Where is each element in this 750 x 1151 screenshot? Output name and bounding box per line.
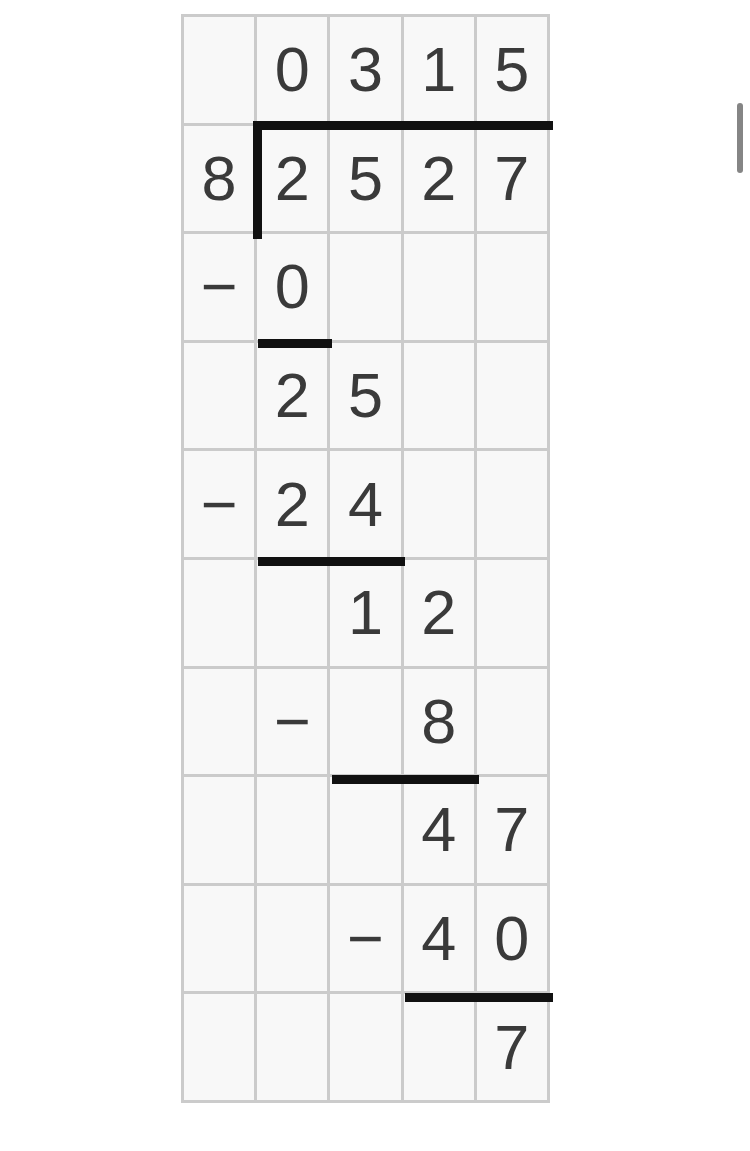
cell-r3c1: −: [184, 234, 254, 340]
cell-r8c4: 4: [404, 777, 474, 883]
cell-r9c3: −: [330, 886, 400, 992]
cell-r7c3: [330, 669, 400, 775]
cell-r4c1: [184, 343, 254, 449]
cell-r5c2: 2: [257, 451, 327, 557]
cell-r5c4: [404, 451, 474, 557]
cell-r4c3: 5: [330, 343, 400, 449]
cell-r2c3: 5: [330, 126, 400, 232]
cell-r1c3: 3: [330, 17, 400, 123]
cell-r4c5: [477, 343, 547, 449]
cell-r8c1: [184, 777, 254, 883]
cell-r3c2: 0: [257, 234, 327, 340]
cell-r2c4: 2: [404, 126, 474, 232]
scrollbar-thumb[interactable]: [737, 103, 743, 173]
cell-r3c4: [404, 234, 474, 340]
cell-r10c3: [330, 994, 400, 1100]
cell-r10c5: 7: [477, 994, 547, 1100]
cell-r9c1: [184, 886, 254, 992]
cell-r3c3: [330, 234, 400, 340]
cell-r6c4: 2: [404, 560, 474, 666]
subtraction-rule-1: [258, 339, 332, 348]
cell-r2c2: 2: [257, 126, 327, 232]
cell-r5c3: 4: [330, 451, 400, 557]
subtraction-rule-3: [332, 775, 480, 784]
cell-r1c5: 5: [477, 17, 547, 123]
cell-r10c1: [184, 994, 254, 1100]
long-division-page: 031582527−025−2412−847−407: [0, 0, 750, 1151]
cell-r2c5: 7: [477, 126, 547, 232]
cell-r8c3: [330, 777, 400, 883]
cell-r1c1: [184, 17, 254, 123]
cell-r7c2: −: [257, 669, 327, 775]
cell-r5c5: [477, 451, 547, 557]
cell-r9c2: [257, 886, 327, 992]
cell-r3c5: [477, 234, 547, 340]
cell-r8c5: 7: [477, 777, 547, 883]
cell-r7c5: [477, 669, 547, 775]
cell-r4c4: [404, 343, 474, 449]
cell-r7c4: 8: [404, 669, 474, 775]
cell-r4c2: 2: [257, 343, 327, 449]
cell-r10c4: [404, 994, 474, 1100]
cell-r9c4: 4: [404, 886, 474, 992]
long-division-board: 031582527−025−2412−847−407: [181, 14, 550, 1103]
division-bracket-vertical: [253, 121, 262, 239]
cell-r6c3: 1: [330, 560, 400, 666]
cell-r6c5: [477, 560, 547, 666]
cell-r6c2: [257, 560, 327, 666]
cell-r2c1: 8: [184, 126, 254, 232]
cell-r1c4: 1: [404, 17, 474, 123]
subtraction-rule-2: [258, 557, 406, 566]
cell-r9c5: 0: [477, 886, 547, 992]
cell-r1c2: 0: [257, 17, 327, 123]
cell-r10c2: [257, 994, 327, 1100]
cell-r5c1: −: [184, 451, 254, 557]
cell-r7c1: [184, 669, 254, 775]
subtraction-rule-4: [405, 993, 553, 1002]
cell-r8c2: [257, 777, 327, 883]
cell-r6c1: [184, 560, 254, 666]
division-bracket-horizontal: [258, 121, 553, 130]
